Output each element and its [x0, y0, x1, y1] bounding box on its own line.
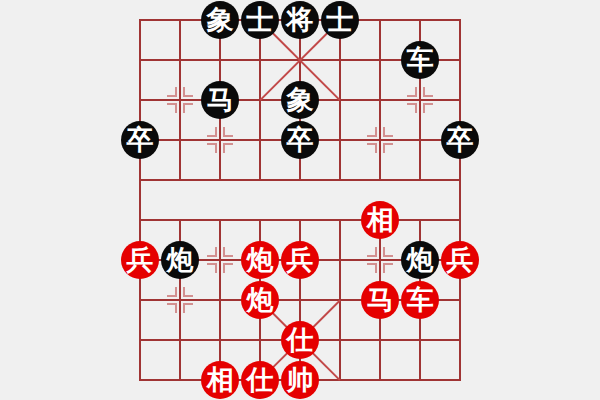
- grid-vline: [379, 19, 381, 181]
- point-marker: [167, 287, 193, 313]
- point-marker-corner: [183, 103, 193, 113]
- red-advisor-glyph: 仕: [287, 321, 314, 359]
- red-advisor-piece[interactable]: 仕: [281, 321, 319, 359]
- red-chariot-glyph: 车: [407, 281, 434, 319]
- red-elephant-glyph: 相: [207, 361, 234, 399]
- point-marker-corner: [383, 247, 393, 257]
- point-marker-corner: [223, 127, 233, 137]
- black-soldier-piece[interactable]: 卒: [441, 121, 479, 159]
- red-horse-glyph: 马: [367, 281, 394, 319]
- point-marker-corner: [183, 87, 193, 97]
- black-advisor-glyph: 士: [247, 1, 274, 39]
- xiangqi-page: 象士将士车马象卒卒卒相兵炮炮兵炮兵炮马车仕相仕帅: [0, 0, 600, 400]
- red-cannon-glyph: 炮: [247, 281, 274, 319]
- red-soldier-glyph: 兵: [447, 241, 474, 279]
- black-cannon-piece[interactable]: 炮: [161, 241, 199, 279]
- point-marker: [367, 247, 393, 273]
- point-marker-corner: [167, 287, 177, 297]
- point-marker-corner: [383, 263, 393, 273]
- black-soldier-piece[interactable]: 卒: [281, 121, 319, 159]
- black-elephant-glyph: 象: [207, 1, 234, 39]
- point-marker-corner: [223, 247, 233, 257]
- point-marker-corner: [207, 247, 217, 257]
- red-elephant-glyph: 相: [367, 201, 394, 239]
- point-marker: [407, 87, 433, 113]
- point-marker-corner: [223, 143, 233, 153]
- point-marker-corner: [383, 127, 393, 137]
- point-marker: [367, 127, 393, 153]
- xiangqi-board[interactable]: 象士将士车马象卒卒卒相兵炮炮兵炮兵炮马车仕相仕帅: [140, 20, 460, 380]
- point-marker-corner: [207, 127, 217, 137]
- black-soldier-piece[interactable]: 卒: [121, 121, 159, 159]
- black-cannon-glyph: 炮: [167, 241, 194, 279]
- point-marker-corner: [167, 87, 177, 97]
- red-cannon-piece[interactable]: 炮: [241, 241, 279, 279]
- red-soldier-piece[interactable]: 兵: [121, 241, 159, 279]
- black-general-glyph: 将: [287, 1, 314, 39]
- black-horse-glyph: 马: [207, 81, 234, 119]
- black-advisor-piece[interactable]: 士: [241, 1, 279, 39]
- black-soldier-glyph: 卒: [287, 121, 314, 159]
- point-marker-corner: [367, 127, 377, 137]
- point-marker: [167, 87, 193, 113]
- red-general-piece[interactable]: 帅: [281, 361, 319, 399]
- point-marker-corner: [407, 87, 417, 97]
- black-elephant-glyph: 象: [287, 81, 314, 119]
- grid-vline: [139, 19, 141, 381]
- point-marker-corner: [167, 103, 177, 113]
- point-marker-corner: [223, 263, 233, 273]
- point-marker-corner: [367, 263, 377, 273]
- point-marker-corner: [367, 247, 377, 257]
- black-cannon-piece[interactable]: 炮: [401, 241, 439, 279]
- black-elephant-piece[interactable]: 象: [281, 81, 319, 119]
- red-horse-piece[interactable]: 马: [361, 281, 399, 319]
- point-marker-corner: [207, 263, 217, 273]
- red-general-glyph: 帅: [287, 361, 314, 399]
- point-marker-corner: [407, 103, 417, 113]
- black-chariot-piece[interactable]: 车: [401, 41, 439, 79]
- black-elephant-piece[interactable]: 象: [201, 1, 239, 39]
- point-marker-corner: [423, 87, 433, 97]
- point-marker-corner: [423, 103, 433, 113]
- black-soldier-glyph: 卒: [127, 121, 154, 159]
- black-soldier-glyph: 卒: [447, 121, 474, 159]
- red-soldier-piece[interactable]: 兵: [441, 241, 479, 279]
- red-soldier-piece[interactable]: 兵: [281, 241, 319, 279]
- red-soldier-glyph: 兵: [287, 241, 314, 279]
- point-marker-corner: [383, 143, 393, 153]
- red-cannon-glyph: 炮: [247, 241, 274, 279]
- red-advisor-glyph: 仕: [247, 361, 274, 399]
- red-cannon-piece[interactable]: 炮: [241, 281, 279, 319]
- grid-vline: [219, 219, 221, 381]
- black-cannon-glyph: 炮: [407, 241, 434, 279]
- red-elephant-piece[interactable]: 相: [201, 361, 239, 399]
- grid-vline: [459, 19, 461, 381]
- black-advisor-glyph: 士: [327, 1, 354, 39]
- point-marker: [207, 247, 233, 273]
- black-chariot-glyph: 车: [407, 41, 434, 79]
- red-soldier-glyph: 兵: [127, 241, 154, 279]
- black-horse-piece[interactable]: 马: [201, 81, 239, 119]
- red-advisor-piece[interactable]: 仕: [241, 361, 279, 399]
- red-chariot-piece[interactable]: 车: [401, 281, 439, 319]
- point-marker-corner: [367, 143, 377, 153]
- point-marker-corner: [167, 303, 177, 313]
- black-advisor-piece[interactable]: 士: [321, 1, 359, 39]
- black-general-piece[interactable]: 将: [281, 1, 319, 39]
- point-marker-corner: [207, 143, 217, 153]
- point-marker: [207, 127, 233, 153]
- red-elephant-piece[interactable]: 相: [361, 201, 399, 239]
- point-marker-corner: [183, 303, 193, 313]
- point-marker-corner: [183, 287, 193, 297]
